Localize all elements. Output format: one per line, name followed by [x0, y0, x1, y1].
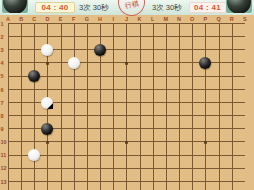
game-header: 04 : 40 3次 30秒 行棋 3次 30秒 04 : 41 [0, 0, 254, 15]
white-stone-D7 [41, 96, 54, 109]
black-stone-D9 [41, 122, 54, 135]
white-stone-C11 [28, 149, 41, 162]
black-stone-P4 [199, 57, 212, 70]
white-stone-F4 [67, 57, 80, 70]
black-player-timer: 04 : 40 [35, 2, 75, 13]
black-stone-C5 [28, 70, 41, 83]
black-stone-H3 [94, 43, 107, 56]
white-player-timer: 04 : 41 [189, 2, 226, 13]
stones-layer [1, 17, 251, 190]
go-board[interactable]: ABCDEFGHIJKLMNOPQRS12345678910111213 [0, 15, 254, 190]
white-player-avatar[interactable] [225, 0, 253, 14]
black-stone-avatar-icon [3, 0, 27, 14]
white-player-avatar-icon [227, 0, 251, 14]
white-player-byoyomi: 3次 30秒 [152, 3, 182, 13]
turn-seal-text: 行棋 [124, 0, 141, 16]
black-player-byoyomi: 3次 30秒 [79, 3, 109, 13]
white-stone-D3 [41, 43, 54, 56]
go-app-screen: 04 : 40 3次 30秒 行棋 3次 30秒 04 : 41 ABCDEFG… [0, 0, 254, 190]
black-player-avatar[interactable] [1, 0, 29, 14]
last-move-triangle-marker [47, 103, 54, 110]
